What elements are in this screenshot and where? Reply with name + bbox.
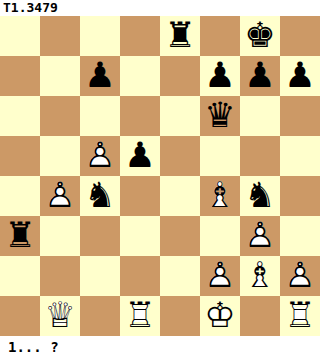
square-b4[interactable]: ♟♙ bbox=[40, 176, 80, 216]
square-c6[interactable] bbox=[80, 96, 120, 136]
square-f8[interactable] bbox=[200, 16, 240, 56]
square-g7[interactable]: ♟ bbox=[240, 56, 280, 96]
square-a8[interactable] bbox=[0, 16, 40, 56]
black-pawn: ♟ bbox=[240, 56, 280, 96]
white-bishop: ♝♗ bbox=[200, 176, 240, 216]
white-bishop: ♝♗ bbox=[240, 256, 280, 296]
square-b1[interactable]: ♛♕ bbox=[40, 296, 80, 336]
square-c4[interactable]: ♞ bbox=[80, 176, 120, 216]
square-f4[interactable]: ♝♗ bbox=[200, 176, 240, 216]
square-a5[interactable] bbox=[0, 136, 40, 176]
square-b6[interactable] bbox=[40, 96, 80, 136]
square-d2[interactable] bbox=[120, 256, 160, 296]
black-pawn: ♟ bbox=[80, 56, 120, 96]
square-a6[interactable] bbox=[0, 96, 40, 136]
black-king: ♚ bbox=[240, 16, 280, 56]
square-a7[interactable] bbox=[0, 56, 40, 96]
square-h1[interactable]: ♜♖ bbox=[280, 296, 320, 336]
white-pawn: ♟♙ bbox=[40, 176, 80, 216]
square-d1[interactable]: ♜♖ bbox=[120, 296, 160, 336]
chess-diagram: T1.3479 ♜♚♟♟♟♟♛♟♙♟♟♙♞♝♗♞♜♟♙♟♙♝♗♟♙♛♕♜♖♚♔♜… bbox=[0, 0, 320, 360]
square-e6[interactable] bbox=[160, 96, 200, 136]
white-pawn: ♟♙ bbox=[280, 256, 320, 296]
square-e5[interactable] bbox=[160, 136, 200, 176]
square-h8[interactable] bbox=[280, 16, 320, 56]
white-king: ♚♔ bbox=[200, 296, 240, 336]
white-queen: ♛♕ bbox=[40, 296, 80, 336]
white-rook: ♜♖ bbox=[120, 296, 160, 336]
square-c5[interactable]: ♟♙ bbox=[80, 136, 120, 176]
square-e1[interactable] bbox=[160, 296, 200, 336]
move-prompt-label: 1... ? bbox=[0, 336, 320, 360]
square-b3[interactable] bbox=[40, 216, 80, 256]
square-d8[interactable] bbox=[120, 16, 160, 56]
puzzle-id-label: T1.3479 bbox=[0, 0, 320, 16]
square-e4[interactable] bbox=[160, 176, 200, 216]
square-d6[interactable] bbox=[120, 96, 160, 136]
square-a4[interactable] bbox=[0, 176, 40, 216]
black-pawn: ♟ bbox=[200, 56, 240, 96]
square-e2[interactable] bbox=[160, 256, 200, 296]
square-h3[interactable] bbox=[280, 216, 320, 256]
black-rook: ♜ bbox=[0, 216, 40, 256]
square-g4[interactable]: ♞ bbox=[240, 176, 280, 216]
square-e8[interactable]: ♜ bbox=[160, 16, 200, 56]
square-d3[interactable] bbox=[120, 216, 160, 256]
black-rook: ♜ bbox=[160, 16, 200, 56]
square-f3[interactable] bbox=[200, 216, 240, 256]
square-c2[interactable] bbox=[80, 256, 120, 296]
square-g3[interactable]: ♟♙ bbox=[240, 216, 280, 256]
square-e3[interactable] bbox=[160, 216, 200, 256]
black-knight: ♞ bbox=[80, 176, 120, 216]
square-g8[interactable]: ♚ bbox=[240, 16, 280, 56]
white-rook: ♜♖ bbox=[280, 296, 320, 336]
square-g5[interactable] bbox=[240, 136, 280, 176]
square-f2[interactable]: ♟♙ bbox=[200, 256, 240, 296]
square-h2[interactable]: ♟♙ bbox=[280, 256, 320, 296]
square-a3[interactable]: ♜ bbox=[0, 216, 40, 256]
square-c3[interactable] bbox=[80, 216, 120, 256]
black-queen: ♛ bbox=[200, 96, 240, 136]
square-a1[interactable] bbox=[0, 296, 40, 336]
square-d4[interactable] bbox=[120, 176, 160, 216]
square-b2[interactable] bbox=[40, 256, 80, 296]
square-f5[interactable] bbox=[200, 136, 240, 176]
square-c8[interactable] bbox=[80, 16, 120, 56]
square-b7[interactable] bbox=[40, 56, 80, 96]
square-g2[interactable]: ♝♗ bbox=[240, 256, 280, 296]
square-h7[interactable]: ♟ bbox=[280, 56, 320, 96]
square-a2[interactable] bbox=[0, 256, 40, 296]
square-b8[interactable] bbox=[40, 16, 80, 56]
square-e7[interactable] bbox=[160, 56, 200, 96]
square-c1[interactable] bbox=[80, 296, 120, 336]
white-pawn: ♟♙ bbox=[240, 216, 280, 256]
square-f7[interactable]: ♟ bbox=[200, 56, 240, 96]
white-pawn: ♟♙ bbox=[200, 256, 240, 296]
square-g1[interactable] bbox=[240, 296, 280, 336]
square-d5[interactable]: ♟ bbox=[120, 136, 160, 176]
chess-board: ♜♚♟♟♟♟♛♟♙♟♟♙♞♝♗♞♜♟♙♟♙♝♗♟♙♛♕♜♖♚♔♜♖ bbox=[0, 16, 320, 336]
square-f1[interactable]: ♚♔ bbox=[200, 296, 240, 336]
square-h6[interactable] bbox=[280, 96, 320, 136]
black-pawn: ♟ bbox=[280, 56, 320, 96]
square-h4[interactable] bbox=[280, 176, 320, 216]
white-pawn: ♟♙ bbox=[80, 136, 120, 176]
square-d7[interactable] bbox=[120, 56, 160, 96]
square-f6[interactable]: ♛ bbox=[200, 96, 240, 136]
black-knight: ♞ bbox=[240, 176, 280, 216]
square-g6[interactable] bbox=[240, 96, 280, 136]
square-b5[interactable] bbox=[40, 136, 80, 176]
square-c7[interactable]: ♟ bbox=[80, 56, 120, 96]
black-pawn: ♟ bbox=[120, 136, 160, 176]
square-h5[interactable] bbox=[280, 136, 320, 176]
